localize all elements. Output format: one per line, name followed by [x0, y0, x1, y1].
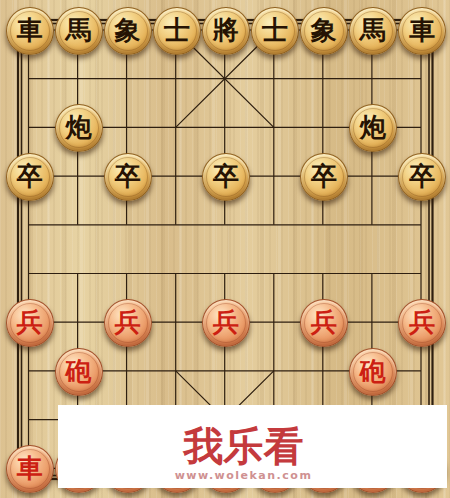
piece-glyph: 炮 [66, 104, 92, 150]
piece-glyph: 卒 [409, 153, 435, 199]
piece-glyph: 車 [17, 7, 43, 53]
piece-red-soldier[interactable]: 兵 [300, 299, 348, 347]
piece-glyph: 炮 [360, 104, 386, 150]
watermark-overlay: 我乐看 www.wolekan.com [58, 405, 447, 488]
piece-red-soldier[interactable]: 兵 [202, 299, 250, 347]
piece-black-soldier[interactable]: 卒 [104, 153, 152, 201]
piece-glyph: 砲 [360, 348, 386, 394]
piece-glyph: 卒 [311, 153, 337, 199]
piece-black-horse[interactable]: 馬 [55, 7, 103, 55]
piece-glyph: 將 [213, 7, 239, 53]
piece-black-chariot[interactable]: 車 [398, 7, 446, 55]
piece-black-advisor[interactable]: 士 [153, 7, 201, 55]
piece-black-cannon[interactable]: 炮 [55, 104, 103, 152]
piece-red-cannon[interactable]: 砲 [349, 348, 397, 396]
piece-glyph: 兵 [213, 299, 239, 345]
piece-glyph: 象 [115, 7, 141, 53]
xiangqi-game-screenshot: 車馬象士將士象馬車炮炮卒卒卒卒卒兵兵兵兵兵砲砲車馬相仕帥仕相馬車 我乐看 www… [0, 0, 450, 498]
piece-black-general[interactable]: 將 [202, 7, 250, 55]
piece-red-soldier[interactable]: 兵 [104, 299, 152, 347]
piece-glyph: 士 [164, 7, 190, 53]
piece-glyph: 車 [17, 445, 43, 491]
piece-glyph: 馬 [360, 7, 386, 53]
piece-black-chariot[interactable]: 車 [6, 7, 54, 55]
piece-red-soldier[interactable]: 兵 [398, 299, 446, 347]
piece-black-elephant[interactable]: 象 [300, 7, 348, 55]
piece-glyph: 馬 [66, 7, 92, 53]
piece-glyph: 卒 [213, 153, 239, 199]
piece-glyph: 象 [311, 7, 337, 53]
watermark-url: www.wolekan.com [175, 469, 313, 482]
piece-glyph: 砲 [66, 348, 92, 394]
piece-glyph: 兵 [311, 299, 337, 345]
piece-red-cannon[interactable]: 砲 [55, 348, 103, 396]
watermark-title: 我乐看 [184, 426, 304, 466]
piece-glyph: 車 [409, 7, 435, 53]
piece-black-advisor[interactable]: 士 [251, 7, 299, 55]
piece-black-soldier[interactable]: 卒 [6, 153, 54, 201]
piece-glyph: 卒 [17, 153, 43, 199]
piece-black-soldier[interactable]: 卒 [398, 153, 446, 201]
piece-glyph: 兵 [115, 299, 141, 345]
piece-black-horse[interactable]: 馬 [349, 7, 397, 55]
piece-glyph: 兵 [409, 299, 435, 345]
piece-glyph: 卒 [115, 153, 141, 199]
piece-black-elephant[interactable]: 象 [104, 7, 152, 55]
piece-glyph: 士 [262, 7, 288, 53]
piece-glyph: 兵 [17, 299, 43, 345]
piece-red-soldier[interactable]: 兵 [6, 299, 54, 347]
piece-black-soldier[interactable]: 卒 [300, 153, 348, 201]
piece-black-cannon[interactable]: 炮 [349, 104, 397, 152]
piece-black-soldier[interactable]: 卒 [202, 153, 250, 201]
piece-red-chariot[interactable]: 車 [6, 445, 54, 493]
